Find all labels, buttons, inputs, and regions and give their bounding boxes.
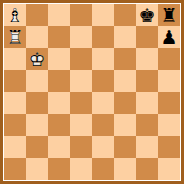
square-e7[interactable] — [92, 26, 114, 48]
white-rook-outline: ♖ — [4, 26, 26, 48]
piece-black-king[interactable]: ♚ — [136, 4, 158, 26]
square-f1[interactable] — [114, 158, 136, 180]
square-g3[interactable] — [136, 114, 158, 136]
square-a2[interactable] — [4, 136, 26, 158]
square-e4[interactable] — [92, 92, 114, 114]
square-d2[interactable] — [70, 136, 92, 158]
black-rook-glyph: ♜ — [158, 4, 180, 26]
square-d3[interactable] — [70, 114, 92, 136]
square-a7[interactable]: ♜♖ — [4, 26, 26, 48]
square-h8[interactable]: ♜ — [158, 4, 180, 26]
square-c4[interactable] — [48, 92, 70, 114]
square-b8[interactable] — [26, 4, 48, 26]
square-g4[interactable] — [136, 92, 158, 114]
square-b1[interactable] — [26, 158, 48, 180]
square-h3[interactable] — [158, 114, 180, 136]
square-a3[interactable] — [4, 114, 26, 136]
square-h2[interactable] — [158, 136, 180, 158]
square-h1[interactable] — [158, 158, 180, 180]
square-e5[interactable] — [92, 70, 114, 92]
white-bishop-outline: ♗ — [4, 4, 26, 26]
square-f7[interactable] — [114, 26, 136, 48]
square-c7[interactable] — [48, 26, 70, 48]
square-g2[interactable] — [136, 136, 158, 158]
black-king-glyph: ♚ — [136, 4, 158, 26]
piece-white-rook[interactable]: ♜♖ — [4, 26, 26, 48]
square-e6[interactable] — [92, 48, 114, 70]
square-d8[interactable] — [70, 4, 92, 26]
square-d7[interactable] — [70, 26, 92, 48]
square-h7[interactable]: ♟ — [158, 26, 180, 48]
square-g5[interactable] — [136, 70, 158, 92]
square-b4[interactable] — [26, 92, 48, 114]
square-c1[interactable] — [48, 158, 70, 180]
square-c5[interactable] — [48, 70, 70, 92]
square-e3[interactable] — [92, 114, 114, 136]
square-f3[interactable] — [114, 114, 136, 136]
square-a1[interactable] — [4, 158, 26, 180]
square-b6[interactable]: ♚♔ — [26, 48, 48, 70]
square-g6[interactable] — [136, 48, 158, 70]
piece-white-bishop[interactable]: ♝♗ — [4, 4, 26, 26]
square-h5[interactable] — [158, 70, 180, 92]
square-f2[interactable] — [114, 136, 136, 158]
square-h6[interactable] — [158, 48, 180, 70]
piece-black-pawn[interactable]: ♟ — [158, 26, 180, 48]
square-d1[interactable] — [70, 158, 92, 180]
square-a4[interactable] — [4, 92, 26, 114]
chess-board: ♝♗♚♜♜♖♟♚♔ — [4, 4, 180, 180]
square-c6[interactable] — [48, 48, 70, 70]
square-f6[interactable] — [114, 48, 136, 70]
square-d6[interactable] — [70, 48, 92, 70]
square-b2[interactable] — [26, 136, 48, 158]
square-c3[interactable] — [48, 114, 70, 136]
square-b7[interactable] — [26, 26, 48, 48]
square-g8[interactable]: ♚ — [136, 4, 158, 26]
square-a6[interactable] — [4, 48, 26, 70]
square-h4[interactable] — [158, 92, 180, 114]
square-a5[interactable] — [4, 70, 26, 92]
piece-black-rook[interactable]: ♜ — [158, 4, 180, 26]
black-pawn-glyph: ♟ — [158, 26, 180, 48]
square-f5[interactable] — [114, 70, 136, 92]
board-frame: ♝♗♚♜♜♖♟♚♔ — [0, 0, 184, 184]
square-f8[interactable] — [114, 4, 136, 26]
square-c2[interactable] — [48, 136, 70, 158]
square-e8[interactable] — [92, 4, 114, 26]
square-e2[interactable] — [92, 136, 114, 158]
piece-white-king[interactable]: ♚♔ — [26, 48, 48, 70]
square-a8[interactable]: ♝♗ — [4, 4, 26, 26]
square-f4[interactable] — [114, 92, 136, 114]
board-inner-line: ♝♗♚♜♜♖♟♚♔ — [3, 3, 181, 181]
square-g1[interactable] — [136, 158, 158, 180]
square-d5[interactable] — [70, 70, 92, 92]
square-b3[interactable] — [26, 114, 48, 136]
square-b5[interactable] — [26, 70, 48, 92]
square-e1[interactable] — [92, 158, 114, 180]
square-c8[interactable] — [48, 4, 70, 26]
square-g7[interactable] — [136, 26, 158, 48]
square-d4[interactable] — [70, 92, 92, 114]
white-king-outline: ♔ — [26, 48, 48, 70]
